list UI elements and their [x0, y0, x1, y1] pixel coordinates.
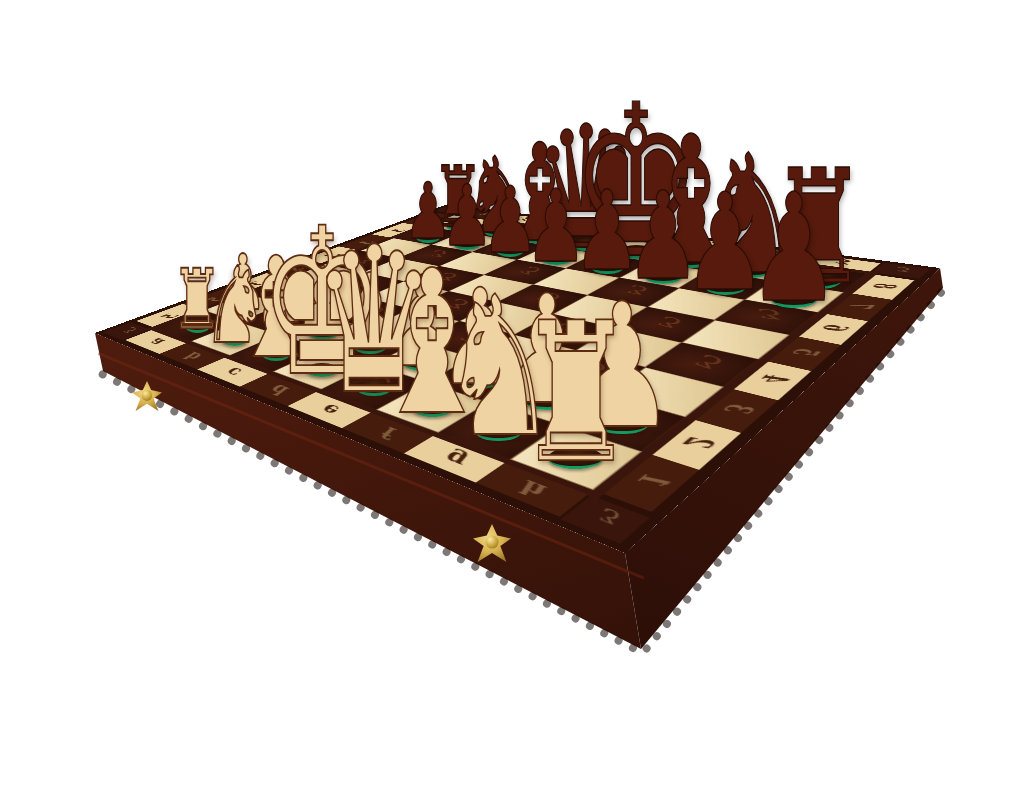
- carved-swirl-icon: ʒ: [677, 354, 726, 373]
- piece-white-rook-h1[interactable]: ♜: [516, 298, 635, 491]
- border-ornament-icon: ʒ: [891, 267, 911, 275]
- rank-label-5: 5: [784, 346, 827, 360]
- rank-label-4: 4: [751, 373, 796, 388]
- rank-label-2: 2: [673, 434, 722, 454]
- piece-black-pawn-h7[interactable]: ♟: [748, 174, 840, 323]
- file-label-a: a: [141, 336, 170, 347]
- rank-label-8: 8: [865, 282, 903, 291]
- brass-latch[interactable]: [132, 381, 162, 411]
- rank-label-3: 3: [714, 401, 761, 419]
- border-ornament-icon: ʒ: [587, 508, 622, 530]
- brass-latch[interactable]: [473, 524, 511, 562]
- latch-knob-icon: [486, 536, 499, 549]
- chess-set-photo: a1ʒʒb2ʒʒc3ʒʒd4ʒʒe5ʒʒf6ʒʒg7ʒʒh8ʒʒʒʒʒʒʒʒʒʒ…: [0, 0, 1014, 792]
- border-ornament-icon: ʒ: [115, 327, 138, 336]
